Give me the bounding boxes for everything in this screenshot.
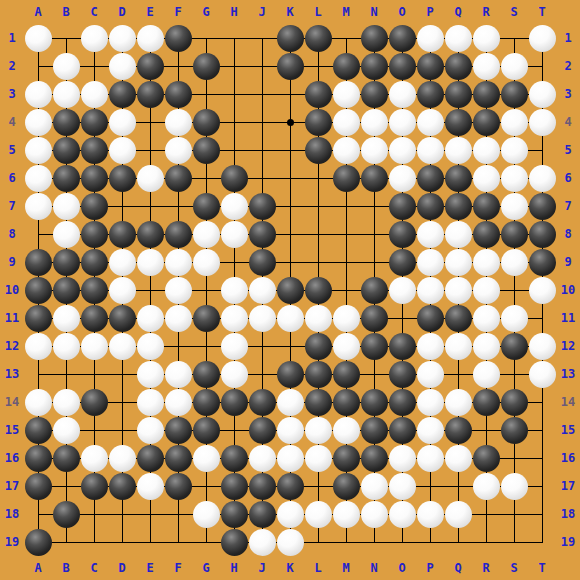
white-stone-A4	[25, 109, 52, 136]
black-stone-K2	[277, 53, 304, 80]
black-stone-N6	[361, 165, 388, 192]
coord-label-right-11: 11	[561, 312, 575, 324]
white-stone-S6	[501, 165, 528, 192]
white-stone-T10	[529, 277, 556, 304]
white-stone-R10	[473, 277, 500, 304]
coord-label-bottom-F: F	[174, 562, 181, 574]
coord-label-right-14: 14	[561, 396, 575, 408]
white-stone-K11	[277, 305, 304, 332]
black-stone-A15	[25, 417, 52, 444]
black-stone-G5	[193, 137, 220, 164]
white-stone-C16	[81, 445, 108, 472]
white-stone-H8	[221, 221, 248, 248]
coord-label-top-N: N	[370, 6, 377, 18]
coord-label-left-4: 4	[8, 116, 15, 128]
white-stone-R11	[473, 305, 500, 332]
black-stone-F1	[165, 25, 192, 52]
black-stone-L3	[305, 81, 332, 108]
black-stone-B18	[53, 501, 80, 528]
coord-label-top-B: B	[62, 6, 69, 18]
coord-label-left-19: 19	[5, 536, 19, 548]
black-stone-C4	[81, 109, 108, 136]
black-stone-M17	[333, 473, 360, 500]
white-stone-T4	[529, 109, 556, 136]
white-stone-G9	[193, 249, 220, 276]
white-stone-Q8	[445, 221, 472, 248]
white-stone-G18	[193, 501, 220, 528]
black-stone-K1	[277, 25, 304, 52]
coord-label-top-D: D	[118, 6, 125, 18]
coord-label-bottom-P: P	[426, 562, 433, 574]
go-board-app: AABBCCDDEEFFGGHHJJKKLLMMNNOOPPQQRRSSTT11…	[0, 0, 580, 580]
white-stone-H10	[221, 277, 248, 304]
white-stone-B15	[53, 417, 80, 444]
white-stone-K15	[277, 417, 304, 444]
white-stone-L11	[305, 305, 332, 332]
white-stone-E17	[137, 473, 164, 500]
black-stone-B10	[53, 277, 80, 304]
white-stone-L15	[305, 417, 332, 444]
black-stone-O15	[389, 417, 416, 444]
white-stone-S4	[501, 109, 528, 136]
white-stone-M11	[333, 305, 360, 332]
black-stone-L5	[305, 137, 332, 164]
white-stone-B11	[53, 305, 80, 332]
white-stone-N4	[361, 109, 388, 136]
black-stone-A11	[25, 305, 52, 332]
white-stone-O18	[389, 501, 416, 528]
black-stone-N11	[361, 305, 388, 332]
coord-label-top-P: P	[426, 6, 433, 18]
coord-label-left-15: 15	[5, 424, 19, 436]
white-stone-E12	[137, 333, 164, 360]
black-stone-C9	[81, 249, 108, 276]
black-stone-N12	[361, 333, 388, 360]
black-stone-C14	[81, 389, 108, 416]
black-stone-S12	[501, 333, 528, 360]
black-stone-A17	[25, 473, 52, 500]
black-stone-K13	[277, 361, 304, 388]
coord-label-right-8: 8	[564, 228, 571, 240]
coord-label-bottom-C: C	[90, 562, 97, 574]
black-stone-F6	[165, 165, 192, 192]
white-stone-B14	[53, 389, 80, 416]
coord-label-right-4: 4	[564, 116, 571, 128]
coord-label-top-C: C	[90, 6, 97, 18]
black-stone-R7	[473, 193, 500, 220]
black-stone-L10	[305, 277, 332, 304]
black-stone-F15	[165, 417, 192, 444]
black-stone-N15	[361, 417, 388, 444]
coord-label-right-13: 13	[561, 368, 575, 380]
black-stone-N3	[361, 81, 388, 108]
coord-label-top-H: H	[230, 6, 237, 18]
coord-label-right-18: 18	[561, 508, 575, 520]
black-stone-H6	[221, 165, 248, 192]
coord-label-left-11: 11	[5, 312, 19, 324]
coord-label-top-K: K	[286, 6, 293, 18]
white-stone-J11	[249, 305, 276, 332]
coord-label-bottom-G: G	[202, 562, 209, 574]
black-stone-Q3	[445, 81, 472, 108]
coord-label-bottom-N: N	[370, 562, 377, 574]
black-stone-J17	[249, 473, 276, 500]
black-stone-L12	[305, 333, 332, 360]
coord-label-bottom-J: J	[258, 562, 265, 574]
white-stone-F13	[165, 361, 192, 388]
black-stone-G11	[193, 305, 220, 332]
white-stone-B3	[53, 81, 80, 108]
black-stone-D8	[109, 221, 136, 248]
white-stone-F5	[165, 137, 192, 164]
white-stone-H13	[221, 361, 248, 388]
white-stone-A5	[25, 137, 52, 164]
black-stone-F16	[165, 445, 192, 472]
black-stone-B6	[53, 165, 80, 192]
black-stone-A9	[25, 249, 52, 276]
coord-label-top-T: T	[538, 6, 545, 18]
black-stone-D3	[109, 81, 136, 108]
white-stone-T13	[529, 361, 556, 388]
white-stone-A12	[25, 333, 52, 360]
white-stone-K14	[277, 389, 304, 416]
black-stone-H14	[221, 389, 248, 416]
black-stone-T7	[529, 193, 556, 220]
black-stone-O1	[389, 25, 416, 52]
white-stone-L16	[305, 445, 332, 472]
white-stone-D10	[109, 277, 136, 304]
black-stone-R4	[473, 109, 500, 136]
coord-label-bottom-B: B	[62, 562, 69, 574]
white-stone-D2	[109, 53, 136, 80]
coord-label-right-3: 3	[564, 88, 571, 100]
black-stone-H17	[221, 473, 248, 500]
black-stone-O8	[389, 221, 416, 248]
coord-label-right-2: 2	[564, 60, 571, 72]
coord-label-right-15: 15	[561, 424, 575, 436]
black-stone-Q15	[445, 417, 472, 444]
black-stone-K10	[277, 277, 304, 304]
coord-label-bottom-T: T	[538, 562, 545, 574]
black-stone-R8	[473, 221, 500, 248]
coord-label-left-14: 14	[5, 396, 19, 408]
white-stone-R2	[473, 53, 500, 80]
black-stone-C17	[81, 473, 108, 500]
white-stone-E15	[137, 417, 164, 444]
white-stone-P12	[417, 333, 444, 360]
coord-label-left-13: 13	[5, 368, 19, 380]
white-stone-P16	[417, 445, 444, 472]
coord-label-bottom-L: L	[314, 562, 321, 574]
white-stone-K16	[277, 445, 304, 472]
white-stone-J16	[249, 445, 276, 472]
white-stone-R13	[473, 361, 500, 388]
white-stone-S17	[501, 473, 528, 500]
black-stone-G15	[193, 417, 220, 444]
black-stone-E3	[137, 81, 164, 108]
white-stone-M18	[333, 501, 360, 528]
coord-label-right-5: 5	[564, 144, 571, 156]
black-stone-J9	[249, 249, 276, 276]
white-stone-L18	[305, 501, 332, 528]
white-stone-O6	[389, 165, 416, 192]
white-stone-M3	[333, 81, 360, 108]
black-stone-P11	[417, 305, 444, 332]
black-stone-D11	[109, 305, 136, 332]
white-stone-T6	[529, 165, 556, 192]
white-stone-F10	[165, 277, 192, 304]
black-stone-R14	[473, 389, 500, 416]
white-stone-E1	[137, 25, 164, 52]
black-stone-A19	[25, 529, 52, 556]
coord-label-bottom-R: R	[482, 562, 489, 574]
white-stone-O4	[389, 109, 416, 136]
black-stone-E8	[137, 221, 164, 248]
white-stone-E6	[137, 165, 164, 192]
coord-label-top-O: O	[398, 6, 405, 18]
go-board[interactable]: AABBCCDDEEFFGGHHJJKKLLMMNNOOPPQQRRSSTT11…	[0, 0, 580, 580]
white-stone-C3	[81, 81, 108, 108]
white-stone-R9	[473, 249, 500, 276]
coord-label-left-17: 17	[5, 480, 19, 492]
black-stone-H16	[221, 445, 248, 472]
coord-label-left-18: 18	[5, 508, 19, 520]
white-stone-P14	[417, 389, 444, 416]
white-stone-O5	[389, 137, 416, 164]
black-stone-S3	[501, 81, 528, 108]
black-stone-F8	[165, 221, 192, 248]
black-stone-O14	[389, 389, 416, 416]
white-stone-Q14	[445, 389, 472, 416]
white-stone-D12	[109, 333, 136, 360]
black-stone-F17	[165, 473, 192, 500]
black-stone-A16	[25, 445, 52, 472]
white-stone-O16	[389, 445, 416, 472]
black-stone-L14	[305, 389, 332, 416]
black-stone-G14	[193, 389, 220, 416]
white-stone-A7	[25, 193, 52, 220]
coord-label-top-L: L	[314, 6, 321, 18]
white-stone-M5	[333, 137, 360, 164]
black-stone-O13	[389, 361, 416, 388]
black-stone-M16	[333, 445, 360, 472]
black-stone-N2	[361, 53, 388, 80]
black-stone-N14	[361, 389, 388, 416]
black-stone-R3	[473, 81, 500, 108]
coord-label-top-Q: Q	[454, 6, 461, 18]
white-stone-E11	[137, 305, 164, 332]
black-stone-P2	[417, 53, 444, 80]
black-stone-C8	[81, 221, 108, 248]
coord-label-left-7: 7	[8, 200, 15, 212]
white-stone-F14	[165, 389, 192, 416]
coord-label-right-6: 6	[564, 172, 571, 184]
coord-label-left-6: 6	[8, 172, 15, 184]
white-stone-E14	[137, 389, 164, 416]
white-stone-G8	[193, 221, 220, 248]
coord-label-right-17: 17	[561, 480, 575, 492]
white-stone-M12	[333, 333, 360, 360]
white-stone-B12	[53, 333, 80, 360]
coord-label-bottom-S: S	[510, 562, 517, 574]
white-stone-F4	[165, 109, 192, 136]
white-stone-D4	[109, 109, 136, 136]
white-stone-H12	[221, 333, 248, 360]
coord-label-left-5: 5	[8, 144, 15, 156]
white-stone-N5	[361, 137, 388, 164]
black-stone-Q4	[445, 109, 472, 136]
black-stone-J14	[249, 389, 276, 416]
coord-label-right-19: 19	[561, 536, 575, 548]
coord-label-top-G: G	[202, 6, 209, 18]
black-stone-K17	[277, 473, 304, 500]
white-stone-H7	[221, 193, 248, 220]
white-stone-R12	[473, 333, 500, 360]
white-stone-B2	[53, 53, 80, 80]
white-stone-F9	[165, 249, 192, 276]
white-stone-K19	[277, 529, 304, 556]
coord-label-bottom-A: A	[34, 562, 41, 574]
coord-label-right-10: 10	[561, 284, 575, 296]
coord-label-bottom-E: E	[146, 562, 153, 574]
white-stone-Q5	[445, 137, 472, 164]
white-stone-Q18	[445, 501, 472, 528]
coord-label-top-S: S	[510, 6, 517, 18]
black-stone-O7	[389, 193, 416, 220]
coord-label-top-E: E	[146, 6, 153, 18]
white-stone-B8	[53, 221, 80, 248]
black-stone-N1	[361, 25, 388, 52]
white-stone-R1	[473, 25, 500, 52]
black-stone-S14	[501, 389, 528, 416]
white-stone-S9	[501, 249, 528, 276]
black-stone-G13	[193, 361, 220, 388]
black-stone-C10	[81, 277, 108, 304]
black-stone-B9	[53, 249, 80, 276]
black-stone-C5	[81, 137, 108, 164]
white-stone-E9	[137, 249, 164, 276]
black-stone-J18	[249, 501, 276, 528]
coord-label-right-9: 9	[564, 256, 571, 268]
black-stone-H19	[221, 529, 248, 556]
white-stone-R17	[473, 473, 500, 500]
white-stone-O17	[389, 473, 416, 500]
white-stone-Q16	[445, 445, 472, 472]
white-stone-A1	[25, 25, 52, 52]
black-stone-T8	[529, 221, 556, 248]
black-stone-B16	[53, 445, 80, 472]
white-stone-D9	[109, 249, 136, 276]
white-stone-A3	[25, 81, 52, 108]
black-stone-E2	[137, 53, 164, 80]
black-stone-C7	[81, 193, 108, 220]
coord-label-top-J: J	[258, 6, 265, 18]
coord-label-bottom-Q: Q	[454, 562, 461, 574]
black-stone-O9	[389, 249, 416, 276]
coord-label-left-9: 9	[8, 256, 15, 268]
coord-label-bottom-O: O	[398, 562, 405, 574]
black-stone-Q6	[445, 165, 472, 192]
black-stone-M13	[333, 361, 360, 388]
white-stone-T12	[529, 333, 556, 360]
white-stone-T3	[529, 81, 556, 108]
coord-label-top-M: M	[342, 6, 349, 18]
black-stone-R16	[473, 445, 500, 472]
black-stone-G4	[193, 109, 220, 136]
white-stone-D1	[109, 25, 136, 52]
black-stone-B4	[53, 109, 80, 136]
black-stone-S15	[501, 417, 528, 444]
white-stone-S11	[501, 305, 528, 332]
black-stone-Q7	[445, 193, 472, 220]
black-stone-J7	[249, 193, 276, 220]
black-stone-N10	[361, 277, 388, 304]
white-stone-D16	[109, 445, 136, 472]
black-stone-A10	[25, 277, 52, 304]
coord-label-left-2: 2	[8, 60, 15, 72]
black-stone-J8	[249, 221, 276, 248]
white-stone-J19	[249, 529, 276, 556]
coord-label-left-1: 1	[8, 32, 15, 44]
black-stone-D6	[109, 165, 136, 192]
coord-label-left-10: 10	[5, 284, 19, 296]
black-stone-P6	[417, 165, 444, 192]
white-stone-P10	[417, 277, 444, 304]
black-stone-D17	[109, 473, 136, 500]
white-stone-P8	[417, 221, 444, 248]
coord-label-right-1: 1	[564, 32, 571, 44]
coord-label-top-A: A	[34, 6, 41, 18]
black-stone-C6	[81, 165, 108, 192]
black-stone-F3	[165, 81, 192, 108]
black-stone-H18	[221, 501, 248, 528]
white-stone-C1	[81, 25, 108, 52]
black-stone-S8	[501, 221, 528, 248]
white-stone-R5	[473, 137, 500, 164]
coord-label-bottom-K: K	[286, 562, 293, 574]
white-stone-N18	[361, 501, 388, 528]
white-stone-S2	[501, 53, 528, 80]
white-stone-O3	[389, 81, 416, 108]
black-stone-M14	[333, 389, 360, 416]
coord-label-right-7: 7	[564, 200, 571, 212]
white-stone-D5	[109, 137, 136, 164]
black-stone-T9	[529, 249, 556, 276]
white-stone-P9	[417, 249, 444, 276]
coord-label-bottom-D: D	[118, 562, 125, 574]
white-stone-A6	[25, 165, 52, 192]
white-stone-R6	[473, 165, 500, 192]
white-stone-P18	[417, 501, 444, 528]
black-stone-M6	[333, 165, 360, 192]
coord-label-left-8: 8	[8, 228, 15, 240]
white-stone-G16	[193, 445, 220, 472]
coord-label-right-16: 16	[561, 452, 575, 464]
white-stone-P5	[417, 137, 444, 164]
black-stone-L4	[305, 109, 332, 136]
white-stone-F11	[165, 305, 192, 332]
black-stone-P3	[417, 81, 444, 108]
black-stone-Q2	[445, 53, 472, 80]
white-stone-H11	[221, 305, 248, 332]
white-stone-N17	[361, 473, 388, 500]
white-stone-P13	[417, 361, 444, 388]
black-stone-G7	[193, 193, 220, 220]
black-stone-M2	[333, 53, 360, 80]
coord-label-left-16: 16	[5, 452, 19, 464]
white-stone-Q1	[445, 25, 472, 52]
white-stone-Q9	[445, 249, 472, 276]
